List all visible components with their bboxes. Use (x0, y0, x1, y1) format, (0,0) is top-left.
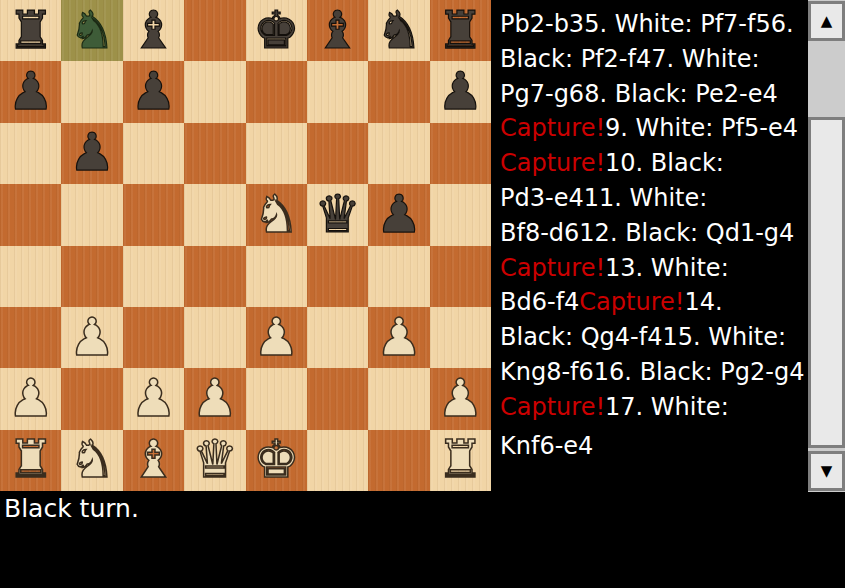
square-g6[interactable] (368, 123, 429, 184)
move-text: Pg7-g68. Black: Pe2-e4 (500, 80, 778, 108)
piece-black-king: ♚ (253, 4, 300, 56)
square-a8[interactable]: ♜ (0, 0, 61, 61)
piece-white-pawn: ♟ (130, 372, 177, 424)
chess-board: ♜♞♝♚♝♞♜♟♟♟♟♞♛♟♟♟♟♟♟♟♟♜♞♝♛♚♜ (0, 0, 491, 491)
square-a5[interactable] (0, 184, 61, 245)
square-d1[interactable]: ♛ (184, 430, 245, 491)
square-f1[interactable] (307, 430, 368, 491)
move-text: 14. (684, 288, 722, 316)
move-log-line: Capture!13. White: (500, 251, 807, 286)
piece-white-knight: ♞ (69, 433, 116, 485)
capture-label: Capture! (500, 254, 605, 282)
capture-label: Capture! (500, 393, 605, 421)
square-f7[interactable] (307, 61, 368, 122)
square-e4[interactable] (246, 246, 307, 307)
square-b3[interactable]: ♟ (61, 307, 122, 368)
square-a6[interactable] (0, 123, 61, 184)
square-a1[interactable]: ♜ (0, 430, 61, 491)
move-log-line: Black: Qg4-f415. White: (500, 320, 807, 355)
piece-white-pawn: ♟ (192, 372, 239, 424)
piece-white-pawn: ♟ (253, 311, 300, 363)
move-text: Kng8-f616. Black: Pg2-g4 (500, 358, 804, 386)
square-f5[interactable]: ♛ (307, 184, 368, 245)
piece-black-knight: ♞ (69, 4, 116, 56)
square-b4[interactable] (61, 246, 122, 307)
move-text: Bd6-f4 (500, 288, 579, 316)
square-a2[interactable]: ♟ (0, 368, 61, 429)
square-a4[interactable] (0, 246, 61, 307)
move-text: Black: Qg4-f415. White: (500, 323, 786, 351)
square-g4[interactable] (368, 246, 429, 307)
square-b2[interactable] (61, 368, 122, 429)
scroll-down-icon: ▼ (821, 464, 833, 479)
square-h1[interactable]: ♜ (430, 430, 491, 491)
square-h6[interactable] (430, 123, 491, 184)
square-f2[interactable] (307, 368, 368, 429)
scroll-thumb[interactable] (808, 117, 845, 448)
turn-status-text: Black turn. (4, 493, 139, 525)
square-e3[interactable]: ♟ (246, 307, 307, 368)
move-text: 9. White: Pf5-e4 (605, 114, 798, 142)
square-b5[interactable] (61, 184, 122, 245)
piece-white-pawn: ♟ (437, 372, 484, 424)
square-f4[interactable] (307, 246, 368, 307)
piece-black-rook: ♜ (437, 4, 484, 56)
move-log-scrollbar: ▲ ▼ (808, 0, 845, 492)
square-a7[interactable]: ♟ (0, 61, 61, 122)
move-log-line: Black: Pf2-f47. White: (500, 42, 807, 77)
piece-white-pawn: ♟ (7, 372, 54, 424)
move-text: Pd3-e411. White: (500, 184, 707, 212)
move-log-line: Bf8-d612. Black: Qd1-g4 (500, 216, 807, 251)
scroll-up-icon: ▲ (821, 14, 833, 29)
square-g3[interactable]: ♟ (368, 307, 429, 368)
square-c2[interactable]: ♟ (123, 368, 184, 429)
square-d4[interactable] (184, 246, 245, 307)
move-log-line: Capture!10. Black: (500, 146, 807, 181)
square-e6[interactable] (246, 123, 307, 184)
capture-label: Capture! (500, 114, 605, 142)
move-text: Pb2-b35. White: Pf7-f56. (500, 10, 794, 38)
move-text: 10. Black: (605, 149, 724, 177)
piece-white-rook: ♜ (437, 433, 484, 485)
scroll-up-button[interactable]: ▲ (808, 1, 845, 41)
move-log-line: Pd3-e411. White: (500, 181, 807, 216)
move-log-line: Kng8-f616. Black: Pg2-g4 (500, 355, 807, 390)
square-g1[interactable] (368, 430, 429, 491)
square-d3[interactable] (184, 307, 245, 368)
piece-black-bishop: ♝ (314, 4, 361, 56)
square-g7[interactable] (368, 61, 429, 122)
move-text: 13. White: (605, 254, 729, 282)
square-e8[interactable]: ♚ (246, 0, 307, 61)
square-c4[interactable] (123, 246, 184, 307)
square-b6[interactable]: ♟ (61, 123, 122, 184)
square-h2[interactable]: ♟ (430, 368, 491, 429)
square-h5[interactable] (430, 184, 491, 245)
move-text: Bf8-d612. Black: Qd1-g4 (500, 219, 794, 247)
square-f6[interactable] (307, 123, 368, 184)
piece-white-rook: ♜ (7, 433, 54, 485)
piece-black-pawn: ♟ (437, 65, 484, 117)
piece-white-bishop: ♝ (130, 433, 177, 485)
square-e1[interactable]: ♚ (246, 430, 307, 491)
move-log-line: Capture!9. White: Pf5-e4 (500, 111, 807, 146)
square-c3[interactable] (123, 307, 184, 368)
square-c8[interactable]: ♝ (123, 0, 184, 61)
square-a3[interactable] (0, 307, 61, 368)
square-f8[interactable]: ♝ (307, 0, 368, 61)
scroll-down-button[interactable]: ▼ (808, 451, 845, 491)
piece-black-rook: ♜ (7, 4, 54, 56)
capture-label: Capture! (579, 288, 684, 316)
square-c1[interactable]: ♝ (123, 430, 184, 491)
piece-black-pawn: ♟ (7, 65, 54, 117)
square-f3[interactable] (307, 307, 368, 368)
square-b8[interactable]: ♞ (61, 0, 122, 61)
move-log-line: Capture!17. White: (500, 390, 807, 425)
square-e2[interactable] (246, 368, 307, 429)
move-log-line: Pb2-b35. White: Pf7-f56. (500, 7, 807, 42)
piece-black-bishop: ♝ (130, 4, 177, 56)
square-c6[interactable] (123, 123, 184, 184)
square-h8[interactable]: ♜ (430, 0, 491, 61)
square-d5[interactable] (184, 184, 245, 245)
square-g8[interactable]: ♞ (368, 0, 429, 61)
piece-white-knight: ♞ (253, 188, 300, 240)
capture-label: Capture! (500, 149, 605, 177)
move-log-line: Knf6-e4 (500, 429, 807, 464)
move-log-line: Bd6-f4Capture!14. (500, 285, 807, 320)
piece-white-queen: ♛ (192, 433, 239, 485)
square-d2[interactable]: ♟ (184, 368, 245, 429)
piece-white-pawn: ♟ (376, 311, 423, 363)
move-text: 17. White: (605, 393, 729, 421)
square-c7[interactable]: ♟ (123, 61, 184, 122)
square-g2[interactable] (368, 368, 429, 429)
piece-black-pawn: ♟ (69, 126, 116, 178)
square-e5[interactable]: ♞ (246, 184, 307, 245)
square-e7[interactable] (246, 61, 307, 122)
move-log-line: Pg7-g68. Black: Pe2-e4 (500, 77, 807, 112)
square-h3[interactable] (430, 307, 491, 368)
square-c5[interactable] (123, 184, 184, 245)
square-b1[interactable]: ♞ (61, 430, 122, 491)
piece-black-queen: ♛ (314, 188, 361, 240)
square-h4[interactable] (430, 246, 491, 307)
piece-white-king: ♚ (253, 433, 300, 485)
square-b7[interactable] (61, 61, 122, 122)
square-h7[interactable]: ♟ (430, 61, 491, 122)
piece-black-pawn: ♟ (376, 188, 423, 240)
square-d7[interactable] (184, 61, 245, 122)
square-d6[interactable] (184, 123, 245, 184)
piece-black-pawn: ♟ (130, 65, 177, 117)
move-log-panel[interactable]: Pb2-b35. White: Pf7-f56.Black: Pf2-f47. … (491, 0, 807, 492)
piece-black-knight: ♞ (376, 4, 423, 56)
square-g5[interactable]: ♟ (368, 184, 429, 245)
move-text: Knf6-e4 (500, 432, 593, 460)
square-d8[interactable] (184, 0, 245, 61)
move-text: Black: Pf2-f47. White: (500, 45, 760, 73)
piece-white-pawn: ♟ (69, 311, 116, 363)
